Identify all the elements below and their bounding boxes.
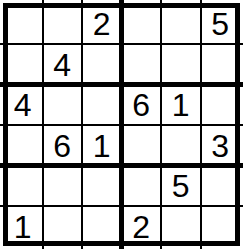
given-digit: 4 — [14, 89, 32, 121]
cell-r3c5[interactable]: 1 — [161, 84, 201, 125]
cell-r2c5[interactable] — [161, 44, 201, 85]
cell-r6c5[interactable] — [161, 206, 201, 247]
cell-r4c3[interactable]: 1 — [82, 125, 122, 166]
cell-r6c3[interactable] — [82, 206, 122, 247]
cell-r5c5[interactable]: 5 — [161, 165, 201, 206]
cell-r4c5[interactable] — [161, 125, 201, 166]
cell-r3c3[interactable] — [82, 84, 122, 125]
cell-r6c2[interactable] — [43, 206, 83, 247]
given-digit: 2 — [132, 211, 150, 243]
given-digit: 5 — [211, 8, 229, 40]
cell-r6c6[interactable] — [201, 206, 241, 247]
cell-r3c2[interactable] — [43, 84, 83, 125]
cell-r5c6[interactable] — [201, 165, 241, 206]
cell-r2c2[interactable]: 4 — [43, 44, 83, 85]
given-digit: 1 — [172, 89, 190, 121]
sudoku-board: 254461613512 — [0, 0, 243, 249]
cell-r5c4[interactable] — [122, 165, 162, 206]
cell-r1c3[interactable]: 2 — [82, 3, 122, 44]
cell-r1c2[interactable] — [43, 3, 83, 44]
given-digit: 1 — [14, 211, 32, 243]
given-digit: 3 — [211, 130, 229, 162]
given-digit: 6 — [132, 89, 150, 121]
cell-r2c1[interactable] — [3, 44, 43, 85]
cell-r1c5[interactable] — [161, 3, 201, 44]
cell-r1c4[interactable] — [122, 3, 162, 44]
cell-r1c1[interactable] — [3, 3, 43, 44]
cell-r4c4[interactable] — [122, 125, 162, 166]
given-digit: 6 — [53, 130, 71, 162]
cell-r5c3[interactable] — [82, 165, 122, 206]
cell-r5c1[interactable] — [3, 165, 43, 206]
cell-r4c6[interactable]: 3 — [201, 125, 241, 166]
given-digit: 2 — [93, 8, 111, 40]
cell-r3c1[interactable]: 4 — [3, 84, 43, 125]
cell-r5c2[interactable] — [43, 165, 83, 206]
given-digit: 4 — [53, 49, 71, 81]
cell-r2c6[interactable] — [201, 44, 241, 85]
cell-r4c1[interactable] — [3, 125, 43, 166]
given-digit: 1 — [93, 130, 111, 162]
cell-r4c2[interactable]: 6 — [43, 125, 83, 166]
cell-r3c4[interactable]: 6 — [122, 84, 162, 125]
cell-r6c1[interactable]: 1 — [3, 206, 43, 247]
given-digit: 5 — [172, 170, 190, 202]
cells-grid: 254461613512 — [3, 3, 240, 246]
cell-r2c4[interactable] — [122, 44, 162, 85]
cell-r3c6[interactable] — [201, 84, 241, 125]
cell-r1c6[interactable]: 5 — [201, 3, 241, 44]
cell-r6c4[interactable]: 2 — [122, 206, 162, 247]
cell-r2c3[interactable] — [82, 44, 122, 85]
